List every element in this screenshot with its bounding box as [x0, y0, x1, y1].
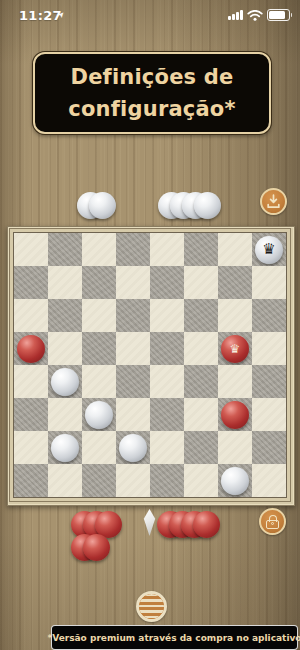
board-square[interactable]	[252, 266, 286, 299]
board-grid: ♛♛	[13, 232, 287, 498]
board-square[interactable]	[116, 431, 150, 464]
board-square[interactable]	[48, 332, 82, 365]
app-screen: 11:27 ➤ Definições de configuração* ♛♛	[0, 0, 300, 650]
board-square[interactable]	[82, 398, 116, 431]
captured-group	[157, 511, 220, 538]
red-man-piece[interactable]	[221, 401, 249, 429]
board-square[interactable]	[116, 464, 150, 497]
board-square[interactable]	[184, 398, 218, 431]
board-square[interactable]	[48, 398, 82, 431]
board-square[interactable]	[218, 431, 252, 464]
board-square[interactable]	[252, 332, 286, 365]
board-square[interactable]	[14, 233, 48, 266]
board-square[interactable]	[14, 431, 48, 464]
board-square[interactable]	[82, 266, 116, 299]
board-square[interactable]	[82, 233, 116, 266]
board-square[interactable]	[150, 266, 184, 299]
captured-white-piece	[89, 192, 116, 219]
board-square[interactable]	[150, 398, 184, 431]
king-crown-icon: ♛	[221, 335, 249, 363]
board-square[interactable]	[218, 464, 252, 497]
white-man-piece[interactable]	[221, 467, 249, 495]
board-square[interactable]	[218, 398, 252, 431]
board-square[interactable]: ♛	[218, 332, 252, 365]
board-square[interactable]	[218, 266, 252, 299]
board-square[interactable]	[116, 332, 150, 365]
white-man-piece[interactable]	[51, 434, 79, 462]
wifi-icon	[247, 10, 263, 21]
board-square[interactable]	[184, 464, 218, 497]
board-square[interactable]	[150, 464, 184, 497]
board-square[interactable]	[150, 233, 184, 266]
white-man-piece[interactable]	[119, 434, 147, 462]
board-square[interactable]	[218, 233, 252, 266]
board-square[interactable]	[48, 233, 82, 266]
board-square[interactable]	[252, 299, 286, 332]
board-square[interactable]	[252, 464, 286, 497]
download-button[interactable]	[260, 188, 287, 215]
settings-banner: Definições de configuração*	[33, 52, 271, 134]
captured-red-piece	[83, 534, 110, 561]
board-square[interactable]	[14, 266, 48, 299]
board-square[interactable]	[184, 266, 218, 299]
banner-line1: Definições de	[71, 61, 234, 93]
menu-lines-icon	[139, 594, 164, 619]
captured-red-piece	[193, 511, 220, 538]
status-time: 11:27	[19, 8, 62, 23]
board-square[interactable]	[218, 365, 252, 398]
board-square[interactable]	[252, 365, 286, 398]
board-square[interactable]	[14, 464, 48, 497]
red-man-piece[interactable]	[17, 335, 45, 363]
board: ♛♛	[7, 226, 295, 506]
board-square[interactable]	[14, 365, 48, 398]
white-man-piece[interactable]	[85, 401, 113, 429]
board-square[interactable]	[14, 332, 48, 365]
red-king-piece[interactable]: ♛	[221, 335, 249, 363]
board-square[interactable]	[48, 365, 82, 398]
status-bar: 11:27 ➤	[0, 0, 300, 28]
white-king-piece[interactable]: ♛	[255, 236, 283, 264]
board-square[interactable]	[252, 398, 286, 431]
board-square[interactable]	[184, 365, 218, 398]
board-square[interactable]	[48, 464, 82, 497]
board-square[interactable]	[116, 398, 150, 431]
cellular-signal-icon	[228, 10, 243, 20]
board-square[interactable]	[184, 332, 218, 365]
menu-button[interactable]	[136, 591, 167, 622]
captured-group	[77, 192, 116, 219]
board-square[interactable]	[48, 299, 82, 332]
board-square[interactable]	[252, 431, 286, 464]
board-square[interactable]	[82, 332, 116, 365]
board-square[interactable]	[184, 431, 218, 464]
board-square[interactable]	[82, 431, 116, 464]
premium-note: *Versão premium através da compra no apl…	[51, 625, 298, 650]
board-square[interactable]: ♛	[252, 233, 286, 266]
king-crown-icon: ♛	[255, 236, 283, 264]
premium-note-text: *Versão premium através da compra no apl…	[47, 633, 300, 643]
board-square[interactable]	[48, 266, 82, 299]
download-icon	[266, 194, 281, 209]
captured-white-piece	[194, 192, 221, 219]
board-square[interactable]	[150, 332, 184, 365]
banner-line2: configuração*	[68, 93, 235, 125]
board-square[interactable]	[14, 398, 48, 431]
captured-group	[71, 534, 110, 561]
board-square[interactable]	[184, 299, 218, 332]
board-square[interactable]	[116, 266, 150, 299]
battery-icon	[267, 9, 290, 21]
turn-indicator-diamond	[142, 509, 157, 536]
white-man-piece[interactable]	[51, 368, 79, 396]
captured-group	[158, 192, 221, 219]
board-square[interactable]	[82, 299, 116, 332]
board-square[interactable]	[150, 365, 184, 398]
lock-icon	[266, 515, 279, 529]
board-square[interactable]	[14, 299, 48, 332]
board-square[interactable]	[184, 233, 218, 266]
board-square[interactable]	[82, 464, 116, 497]
board-square[interactable]	[116, 365, 150, 398]
board-square[interactable]	[116, 233, 150, 266]
board-square[interactable]	[82, 365, 116, 398]
board-square[interactable]	[150, 299, 184, 332]
board-square[interactable]	[48, 431, 82, 464]
lock-button[interactable]	[259, 508, 286, 535]
board-square[interactable]	[116, 299, 150, 332]
board-square[interactable]	[150, 431, 184, 464]
board-square[interactable]	[218, 299, 252, 332]
